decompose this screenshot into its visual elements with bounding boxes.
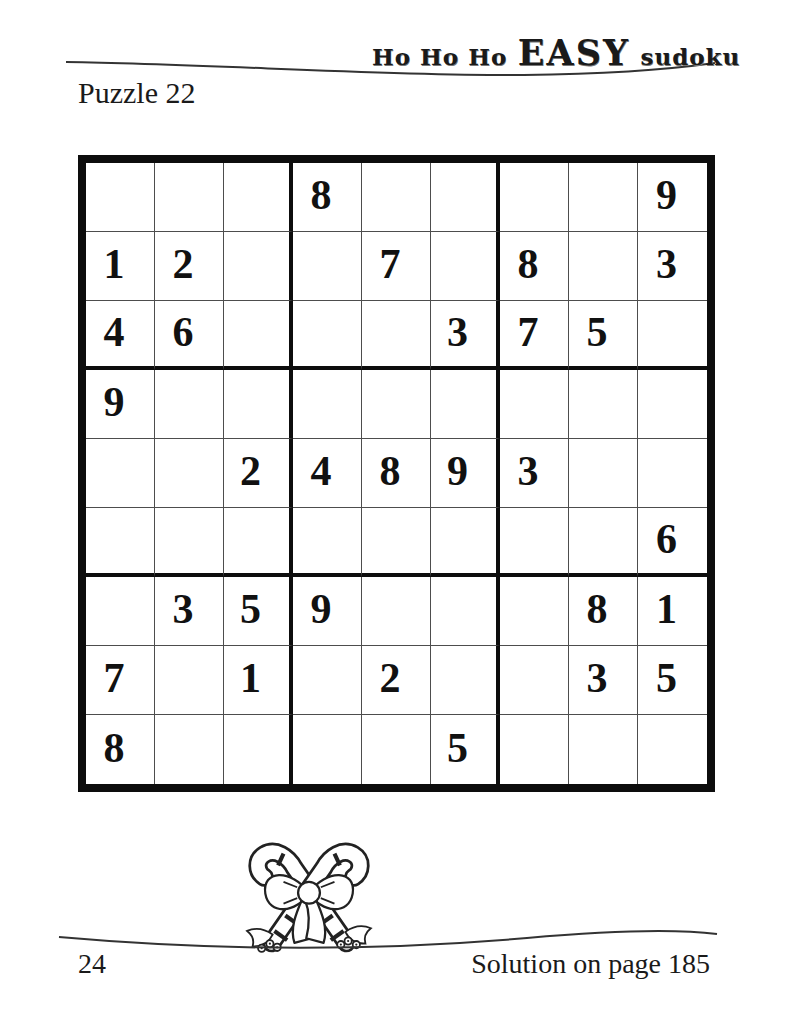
sudoku-cell-r1c4[interactable]: 8 [293,163,362,232]
sudoku-cell-r2c7[interactable]: 8 [500,232,569,301]
sudoku-cell-r7c4[interactable]: 9 [293,577,362,646]
sudoku-cell-r6c6[interactable] [431,508,500,577]
sudoku-cell-r1c1[interactable] [86,163,155,232]
sudoku-cell-r9c7[interactable] [500,715,569,784]
sudoku-cell-r3c9[interactable] [638,301,707,370]
sudoku-cell-r7c2[interactable]: 3 [155,577,224,646]
sudoku-cell-r6c8[interactable] [569,508,638,577]
sudoku-cell-r8c6[interactable] [431,646,500,715]
sudoku-cell-r2c4[interactable] [293,232,362,301]
sudoku-cell-r9c8[interactable] [569,715,638,784]
sudoku-cell-r4c4[interactable] [293,370,362,439]
sudoku-cell-r9c5[interactable] [362,715,431,784]
sudoku-cell-r8c1[interactable]: 7 [86,646,155,715]
sudoku-cell-r7c7[interactable] [500,577,569,646]
sudoku-cell-r8c4[interactable] [293,646,362,715]
sudoku-cell-r7c6[interactable] [431,577,500,646]
page-number: 24 [78,948,106,980]
sudoku-cell-r9c3[interactable] [224,715,293,784]
sudoku-board: 8912783463759248936359817123585 [78,155,715,792]
book-title: Ho Ho Ho EASY sudoku [372,32,677,73]
sudoku-cell-r6c2[interactable] [155,508,224,577]
book-page: Ho Ho Ho EASY sudoku Puzzle 22 891278346… [0,0,791,1024]
sudoku-cell-r2c6[interactable] [431,232,500,301]
sudoku-cell-r3c3[interactable] [224,301,293,370]
sudoku-cell-r9c2[interactable] [155,715,224,784]
brand-prefix: Ho Ho Ho [372,43,507,70]
sudoku-cell-r5c5[interactable]: 8 [362,439,431,508]
sudoku-cell-r1c7[interactable] [500,163,569,232]
sudoku-cell-r5c1[interactable] [86,439,155,508]
sudoku-cell-r8c5[interactable]: 2 [362,646,431,715]
solution-note: Solution on page 185 [471,948,710,980]
sudoku-cell-r4c9[interactable] [638,370,707,439]
brand-emphasis: EASY [518,32,630,73]
sudoku-cell-r5c8[interactable] [569,439,638,508]
sudoku-cell-r7c3[interactable]: 5 [224,577,293,646]
sudoku-cell-r7c9[interactable]: 1 [638,577,707,646]
sudoku-cell-r4c1[interactable]: 9 [86,370,155,439]
sudoku-cell-r3c5[interactable] [362,301,431,370]
sudoku-cell-r5c3[interactable]: 2 [224,439,293,508]
sudoku-cell-r8c3[interactable]: 1 [224,646,293,715]
sudoku-cell-r2c1[interactable]: 1 [86,232,155,301]
sudoku-cell-r5c7[interactable]: 3 [500,439,569,508]
sudoku-cell-r8c8[interactable]: 3 [569,646,638,715]
sudoku-cell-r6c1[interactable] [86,508,155,577]
sudoku-cell-r7c1[interactable] [86,577,155,646]
sudoku-cell-r1c3[interactable] [224,163,293,232]
sudoku-cell-r1c6[interactable] [431,163,500,232]
sudoku-cell-r9c6[interactable]: 5 [431,715,500,784]
sudoku-cell-r6c9[interactable]: 6 [638,508,707,577]
sudoku-cell-r7c5[interactable] [362,577,431,646]
sudoku-cell-r3c6[interactable]: 3 [431,301,500,370]
puzzle-title: Puzzle 22 [78,76,195,110]
sudoku-cell-r4c7[interactable] [500,370,569,439]
brand-suffix: sudoku [641,43,741,70]
sudoku-cell-r2c2[interactable]: 2 [155,232,224,301]
sudoku-cell-r5c4[interactable]: 4 [293,439,362,508]
sudoku-cell-r1c2[interactable] [155,163,224,232]
sudoku-cell-r2c8[interactable] [569,232,638,301]
sudoku-cell-r7c8[interactable]: 8 [569,577,638,646]
sudoku-cell-r4c6[interactable] [431,370,500,439]
sudoku-cell-r1c8[interactable] [569,163,638,232]
sudoku-cell-r2c3[interactable] [224,232,293,301]
sudoku-cell-r3c4[interactable] [293,301,362,370]
sudoku-cell-r8c9[interactable]: 5 [638,646,707,715]
sudoku-cell-r8c2[interactable] [155,646,224,715]
sudoku-cell-r3c8[interactable]: 5 [569,301,638,370]
sudoku-cell-r1c9[interactable]: 9 [638,163,707,232]
sudoku-cell-r4c2[interactable] [155,370,224,439]
sudoku-cell-r6c7[interactable] [500,508,569,577]
sudoku-cell-r6c4[interactable] [293,508,362,577]
sudoku-cell-r3c1[interactable]: 4 [86,301,155,370]
sudoku-cell-r2c5[interactable]: 7 [362,232,431,301]
sudoku-cell-r6c3[interactable] [224,508,293,577]
sudoku-cell-r9c4[interactable] [293,715,362,784]
sudoku-cell-r3c7[interactable]: 7 [500,301,569,370]
sudoku-cell-r8c7[interactable] [500,646,569,715]
sudoku-cell-r4c3[interactable] [224,370,293,439]
sudoku-cell-r4c5[interactable] [362,370,431,439]
sudoku-cell-r2c9[interactable]: 3 [638,232,707,301]
sudoku-cell-r1c5[interactable] [362,163,431,232]
sudoku-cell-r3c2[interactable]: 6 [155,301,224,370]
sudoku-cell-r5c6[interactable]: 9 [431,439,500,508]
sudoku-cell-r4c8[interactable] [569,370,638,439]
sudoku-cell-r6c5[interactable] [362,508,431,577]
sudoku-cell-r5c9[interactable] [638,439,707,508]
sudoku-cell-r9c1[interactable]: 8 [86,715,155,784]
sudoku-cell-r5c2[interactable] [155,439,224,508]
sudoku-cell-r9c9[interactable] [638,715,707,784]
